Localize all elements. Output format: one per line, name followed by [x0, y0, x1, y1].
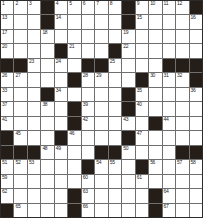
black-cell-r5c2 — [14, 59, 26, 72]
clue-number-36: 36 — [191, 88, 196, 93]
cell-r15c11[interactable] — [136, 204, 148, 217]
clue-number-58: 58 — [191, 160, 196, 165]
cell-r12c2[interactable]: 52 — [14, 160, 26, 173]
cell-r15c8[interactable] — [95, 204, 107, 217]
black-cell-r15c1 — [1, 204, 13, 217]
cell-r4c15[interactable] — [190, 44, 202, 57]
cell-r2c3[interactable] — [28, 15, 40, 28]
black-cell-r11c14 — [176, 146, 188, 159]
cell-r1c9[interactable]: 8 — [109, 1, 121, 14]
clue-number-46: 46 — [69, 131, 74, 136]
cell-r13c1[interactable]: 59 — [1, 175, 13, 188]
clue-number-51: 51 — [2, 160, 7, 165]
cell-r2c2[interactable] — [14, 15, 26, 28]
cell-r9c13[interactable]: 44 — [163, 117, 175, 130]
cell-r6c12[interactable]: 30 — [149, 73, 161, 86]
clue-number-53: 53 — [29, 160, 34, 165]
clue-number-40: 40 — [137, 102, 142, 107]
cell-r13c11[interactable]: 61 — [136, 175, 148, 188]
black-cell-r4c5 — [55, 44, 67, 57]
cell-r6c3[interactable] — [28, 73, 40, 86]
cell-r4c14[interactable] — [176, 44, 188, 57]
clue-number-3: 3 — [29, 1, 31, 6]
cell-r10c6[interactable]: 46 — [68, 131, 80, 144]
cell-r6c13[interactable]: 31 — [163, 73, 175, 86]
cell-r1c14[interactable]: 12 — [176, 1, 188, 14]
cell-r5c4[interactable] — [41, 59, 53, 72]
cell-r9c15[interactable] — [190, 117, 202, 130]
black-cell-r11c9 — [109, 146, 121, 159]
black-cell-r15c6 — [68, 204, 80, 217]
black-cell-r11c2 — [14, 146, 26, 159]
cell-r13c4[interactable] — [41, 175, 53, 188]
cell-r9c4[interactable] — [41, 117, 53, 130]
black-cell-r10c5 — [55, 131, 67, 144]
clue-number-26: 26 — [2, 73, 7, 78]
clue-number-19: 19 — [123, 30, 128, 35]
clue-number-41: 41 — [2, 117, 7, 122]
cell-r7c12[interactable] — [149, 88, 161, 101]
cell-r8c9[interactable] — [109, 102, 121, 115]
cell-r15c15[interactable] — [190, 204, 202, 217]
cell-r14c15[interactable] — [190, 189, 202, 202]
cell-r13c2[interactable] — [14, 175, 26, 188]
clue-number-18: 18 — [42, 30, 47, 35]
clue-number-17: 17 — [2, 30, 7, 35]
cell-r12c3[interactable]: 53 — [28, 160, 40, 173]
clue-number-63: 63 — [83, 189, 88, 194]
cell-r14c11[interactable] — [136, 189, 148, 202]
black-cell-r15c12 — [149, 204, 161, 217]
cell-r3c15[interactable] — [190, 30, 202, 43]
clue-number-30: 30 — [150, 73, 155, 78]
cell-r12c12[interactable]: 56 — [149, 160, 161, 173]
cell-r6c7[interactable]: 28 — [82, 73, 94, 86]
black-cell-r8c6 — [68, 102, 80, 115]
cell-r14c1[interactable]: 62 — [1, 189, 13, 202]
black-cell-r8c10 — [122, 102, 134, 115]
cell-r3c10[interactable]: 19 — [122, 30, 134, 43]
cell-r14c7[interactable]: 63 — [82, 189, 94, 202]
black-cell-r10c1 — [1, 131, 13, 144]
cell-r8c2[interactable] — [14, 102, 26, 115]
cell-r6c4[interactable] — [41, 73, 53, 86]
cell-r2c8[interactable] — [95, 15, 107, 28]
cell-r13c9[interactable] — [109, 175, 121, 188]
clue-number-1: 1 — [2, 1, 4, 6]
clue-number-10: 10 — [150, 1, 155, 6]
clue-number-33: 33 — [2, 88, 7, 93]
cell-r10c2[interactable]: 45 — [14, 131, 26, 144]
cell-r12c10[interactable] — [122, 160, 134, 173]
clue-number-11: 11 — [164, 1, 169, 6]
black-cell-r1c15 — [190, 1, 202, 14]
cell-r13c6[interactable] — [68, 175, 80, 188]
clue-number-39: 39 — [83, 102, 88, 107]
cell-r14c5[interactable] — [55, 189, 67, 202]
cell-r2c6[interactable] — [68, 15, 80, 28]
clue-number-16: 16 — [191, 15, 196, 20]
cell-r10c13[interactable] — [163, 131, 175, 144]
cell-r8c11[interactable]: 40 — [136, 102, 148, 115]
cell-r9c5[interactable] — [55, 117, 67, 130]
cell-r10c8[interactable] — [95, 131, 107, 144]
cell-r8c14[interactable] — [176, 102, 188, 115]
cell-r6c5[interactable] — [55, 73, 67, 86]
clue-number-65: 65 — [15, 204, 20, 209]
cell-r13c8[interactable] — [95, 175, 107, 188]
clue-number-66: 66 — [83, 204, 88, 209]
clue-number-44: 44 — [164, 117, 169, 122]
cell-r9c14[interactable] — [176, 117, 188, 130]
cell-r7c5[interactable]: 34 — [55, 88, 67, 101]
cell-r14c4[interactable] — [41, 189, 53, 202]
clue-number-50: 50 — [123, 146, 128, 151]
black-cell-r12c11 — [136, 160, 148, 173]
black-cell-r11c1 — [1, 146, 13, 159]
cell-r6c10[interactable] — [122, 73, 134, 86]
clue-number-6: 6 — [83, 1, 85, 6]
clue-number-54: 54 — [96, 160, 101, 165]
cell-r15c3[interactable] — [28, 204, 40, 217]
cell-r9c3[interactable] — [28, 117, 40, 130]
cell-r12c6[interactable] — [68, 160, 80, 173]
cell-r2c15[interactable]: 16 — [190, 15, 202, 28]
cell-r15c7[interactable]: 66 — [82, 204, 94, 217]
cell-r14c2[interactable] — [14, 189, 26, 202]
cell-r3c7[interactable] — [82, 30, 94, 43]
clue-number-45: 45 — [15, 131, 20, 136]
clue-number-43: 43 — [123, 117, 128, 122]
clue-number-2: 2 — [15, 1, 17, 6]
black-cell-r5c14 — [176, 59, 188, 72]
cell-r15c5[interactable] — [55, 204, 67, 217]
cell-r5c12[interactable] — [149, 59, 161, 72]
cell-r10c7[interactable] — [82, 131, 94, 144]
cell-r13c7[interactable]: 60 — [82, 175, 94, 188]
cell-r13c12[interactable] — [149, 175, 161, 188]
cell-r5c6[interactable] — [68, 59, 80, 72]
cell-r1c2[interactable]: 2 — [14, 1, 26, 14]
cell-r2c7[interactable] — [82, 15, 94, 28]
clue-number-22: 22 — [123, 44, 128, 49]
black-cell-r2c4 — [41, 15, 53, 28]
clue-number-21: 21 — [69, 44, 74, 49]
cell-r1c13[interactable]: 11 — [163, 1, 175, 14]
cell-r12c5[interactable] — [55, 160, 67, 173]
black-cell-r5c15 — [190, 59, 202, 72]
clue-number-5: 5 — [69, 1, 71, 6]
cell-r6c1[interactable]: 26 — [1, 73, 13, 86]
black-cell-r1c4 — [41, 1, 53, 14]
cell-r15c10[interactable] — [122, 204, 134, 217]
clue-number-8: 8 — [110, 1, 112, 6]
black-cell-r11c8 — [95, 146, 107, 159]
black-cell-r11c3 — [28, 146, 40, 159]
cell-r12c13[interactable] — [163, 160, 175, 173]
clue-number-7: 7 — [96, 1, 98, 6]
cell-r12c15[interactable]: 58 — [190, 160, 202, 173]
crossword-grid: 1234567891011121314151617181920212223242… — [0, 0, 203, 218]
cell-r13c5[interactable] — [55, 175, 67, 188]
cell-r13c14[interactable] — [176, 175, 188, 188]
black-cell-r7c4 — [41, 88, 53, 101]
cell-r9c7[interactable]: 42 — [82, 117, 94, 130]
cell-r2c11[interactable]: 15 — [136, 15, 148, 28]
cell-r1c6[interactable]: 5 — [68, 1, 80, 14]
cell-r7c15[interactable]: 36 — [190, 88, 202, 101]
cell-r3c13[interactable] — [163, 30, 175, 43]
clue-number-62: 62 — [2, 189, 7, 194]
cell-r15c2[interactable]: 65 — [14, 204, 26, 217]
black-cell-r1c10 — [122, 1, 134, 14]
cell-r1c1[interactable]: 1 — [1, 1, 13, 14]
cell-r13c10[interactable] — [122, 175, 134, 188]
cell-r15c13[interactable]: 67 — [163, 204, 175, 217]
clue-number-31: 31 — [164, 73, 169, 78]
cell-r3c2[interactable] — [14, 30, 26, 43]
clue-number-20: 20 — [2, 44, 7, 49]
cell-r5c3[interactable]: 23 — [28, 59, 40, 72]
cell-r3c1[interactable]: 17 — [1, 30, 13, 43]
black-cell-r5c8 — [95, 59, 107, 72]
clue-number-49: 49 — [56, 146, 61, 151]
cell-r6c2[interactable]: 27 — [14, 73, 26, 86]
cell-r3c12[interactable] — [149, 30, 161, 43]
cell-r11c6[interactable] — [68, 146, 80, 159]
clue-number-52: 52 — [15, 160, 20, 165]
cell-r4c1[interactable]: 20 — [1, 44, 13, 57]
black-cell-r5c13 — [163, 59, 175, 72]
black-cell-r7c10 — [122, 88, 134, 101]
cell-r8c5[interactable] — [55, 102, 67, 115]
cell-r5c5[interactable]: 24 — [55, 59, 67, 72]
cell-r13c15[interactable] — [190, 175, 202, 188]
cell-r11c11[interactable] — [136, 146, 148, 159]
cell-r13c3[interactable] — [28, 175, 40, 188]
black-cell-r2c10 — [122, 15, 134, 28]
crossword-puzzle: 1234567891011121314151617181920212223242… — [0, 0, 203, 218]
cell-r3c6[interactable] — [68, 30, 80, 43]
black-cell-r6c15 — [190, 73, 202, 86]
cell-r1c11[interactable]: 9 — [136, 1, 148, 14]
black-cell-r11c15 — [190, 146, 202, 159]
clue-number-27: 27 — [15, 73, 20, 78]
cell-r4c13[interactable] — [163, 44, 175, 57]
clue-number-67: 67 — [164, 204, 169, 209]
cell-r8c1[interactable]: 37 — [1, 102, 13, 115]
cell-r8c8[interactable] — [95, 102, 107, 115]
cell-r9c9[interactable] — [109, 117, 121, 130]
cell-r9c11[interactable] — [136, 117, 148, 130]
cell-r10c14[interactable] — [176, 131, 188, 144]
cell-r7c2[interactable] — [14, 88, 26, 101]
cell-r4c4[interactable] — [41, 44, 53, 57]
cell-r6c14[interactable]: 32 — [176, 73, 188, 86]
cell-r10c9[interactable] — [109, 131, 121, 144]
clue-number-47: 47 — [137, 131, 142, 136]
cell-r9c2[interactable] — [14, 117, 26, 130]
clue-number-24: 24 — [56, 59, 61, 64]
cell-r3c5[interactable] — [55, 30, 67, 43]
black-cell-r14c6 — [68, 189, 80, 202]
clue-number-61: 61 — [137, 175, 142, 180]
cell-r4c12[interactable] — [149, 44, 161, 57]
cell-r8c4[interactable]: 38 — [41, 102, 53, 115]
cell-r3c14[interactable] — [176, 30, 188, 43]
cell-r11c5[interactable]: 49 — [55, 146, 67, 159]
cell-r2c12[interactable] — [149, 15, 161, 28]
cell-r3c8[interactable] — [95, 30, 107, 43]
clue-number-14: 14 — [56, 15, 61, 20]
black-cell-r6c11 — [136, 73, 148, 86]
cell-r1c3[interactable]: 3 — [28, 1, 40, 14]
cell-r1c12[interactable]: 10 — [149, 1, 161, 14]
cell-r1c8[interactable]: 7 — [95, 1, 107, 14]
cell-r12c1[interactable]: 51 — [1, 160, 13, 173]
cell-r15c14[interactable] — [176, 204, 188, 217]
cell-r3c4[interactable]: 18 — [41, 30, 53, 43]
black-cell-r5c7 — [82, 59, 94, 72]
cell-r11c13[interactable] — [163, 146, 175, 159]
cell-r6c8[interactable]: 29 — [95, 73, 107, 86]
cell-r9c10[interactable]: 43 — [122, 117, 134, 130]
cell-r1c5[interactable]: 4 — [55, 1, 67, 14]
clue-number-60: 60 — [83, 175, 88, 180]
cell-r11c7[interactable] — [82, 146, 94, 159]
cell-r14c13[interactable]: 64 — [163, 189, 175, 202]
cell-r10c3[interactable] — [28, 131, 40, 144]
cell-r14c9[interactable] — [109, 189, 121, 202]
cell-r14c3[interactable] — [28, 189, 40, 202]
clue-number-12: 12 — [177, 1, 182, 6]
cell-r14c10[interactable] — [122, 189, 134, 202]
cell-r12c9[interactable]: 55 — [109, 160, 121, 173]
cell-r6c9[interactable] — [109, 73, 121, 86]
cell-r2c5[interactable]: 14 — [55, 15, 67, 28]
clue-number-28: 28 — [83, 73, 88, 78]
cell-r4c3[interactable] — [28, 44, 40, 57]
clue-number-13: 13 — [2, 15, 7, 20]
cell-r5c11[interactable] — [136, 59, 148, 72]
cell-r7c6[interactable] — [68, 88, 80, 101]
cell-r2c1[interactable]: 13 — [1, 15, 13, 28]
cell-r4c11[interactable] — [136, 44, 148, 57]
clue-number-56: 56 — [150, 160, 155, 165]
cell-r2c14[interactable] — [176, 15, 188, 28]
cell-r7c13[interactable] — [163, 88, 175, 101]
cell-r14c14[interactable] — [176, 189, 188, 202]
cell-r7c14[interactable] — [176, 88, 188, 101]
cell-r8c7[interactable]: 39 — [82, 102, 94, 115]
cell-r14c8[interactable] — [95, 189, 107, 202]
cell-r8c13[interactable] — [163, 102, 175, 115]
cell-r8c12[interactable] — [149, 102, 161, 115]
cell-r4c7[interactable] — [82, 44, 94, 57]
clue-number-23: 23 — [29, 59, 34, 64]
cell-r10c4[interactable] — [41, 131, 53, 144]
clue-number-37: 37 — [2, 102, 7, 107]
cell-r15c4[interactable] — [41, 204, 53, 217]
clue-number-57: 57 — [177, 160, 182, 165]
cell-r3c9[interactable] — [109, 30, 121, 43]
clue-number-15: 15 — [137, 15, 142, 20]
cell-r2c13[interactable] — [163, 15, 175, 28]
cell-r8c3[interactable] — [28, 102, 40, 115]
cell-r12c8[interactable]: 54 — [95, 160, 107, 173]
cell-r4c6[interactable]: 21 — [68, 44, 80, 57]
clue-number-48: 48 — [42, 146, 47, 151]
cell-r3c11[interactable] — [136, 30, 148, 43]
clue-number-34: 34 — [56, 88, 61, 93]
cell-r7c9[interactable] — [109, 88, 121, 101]
clue-number-42: 42 — [83, 117, 88, 122]
cell-r9c8[interactable] — [95, 117, 107, 130]
cell-r13c13[interactable] — [163, 175, 175, 188]
cell-r4c8[interactable] — [95, 44, 107, 57]
cell-r12c4[interactable] — [41, 160, 53, 173]
cell-r9c1[interactable]: 41 — [1, 117, 13, 130]
cell-r7c1[interactable]: 33 — [1, 88, 13, 101]
cell-r11c12[interactable] — [149, 146, 161, 159]
cell-r7c3[interactable] — [28, 88, 40, 101]
cell-r7c11[interactable]: 35 — [136, 88, 148, 101]
cell-r12c14[interactable]: 57 — [176, 160, 188, 173]
clue-number-55: 55 — [110, 160, 115, 165]
black-cell-r9c12 — [149, 117, 161, 130]
cell-r10c12[interactable] — [149, 131, 161, 144]
cell-r4c2[interactable] — [14, 44, 26, 57]
black-cell-r12c7 — [82, 160, 94, 173]
black-cell-r4c9 — [109, 44, 121, 57]
clue-number-4: 4 — [56, 1, 58, 6]
clue-number-9: 9 — [137, 1, 139, 6]
cell-r11c4[interactable]: 48 — [41, 146, 53, 159]
clue-number-25: 25 — [110, 59, 115, 64]
cell-r2c9[interactable] — [109, 15, 121, 28]
cell-r11c10[interactable]: 50 — [122, 146, 134, 159]
cell-r4c10[interactable]: 22 — [122, 44, 134, 57]
black-cell-r5c1 — [1, 59, 13, 72]
clue-number-29: 29 — [96, 73, 101, 78]
cell-r8c15[interactable] — [190, 102, 202, 115]
cell-r10c11[interactable]: 47 — [136, 131, 148, 144]
cell-r10c15[interactable] — [190, 131, 202, 144]
cell-r7c7[interactable] — [82, 88, 94, 101]
cell-r5c9[interactable]: 25 — [109, 59, 121, 72]
black-cell-r9c6 — [68, 117, 80, 130]
black-cell-r14c12 — [149, 189, 161, 202]
black-cell-r10c10 — [122, 131, 134, 144]
clue-number-32: 32 — [177, 73, 182, 78]
black-cell-r6c6 — [68, 73, 80, 86]
clue-number-35: 35 — [137, 88, 142, 93]
cell-r1c7[interactable]: 6 — [82, 1, 94, 14]
clue-number-59: 59 — [2, 175, 7, 180]
cell-r7c8[interactable] — [95, 88, 107, 101]
cell-r5c10[interactable] — [122, 59, 134, 72]
cell-r15c9[interactable] — [109, 204, 121, 217]
clue-number-64: 64 — [164, 189, 169, 194]
cell-r3c3[interactable] — [28, 30, 40, 43]
clue-number-38: 38 — [42, 102, 47, 107]
